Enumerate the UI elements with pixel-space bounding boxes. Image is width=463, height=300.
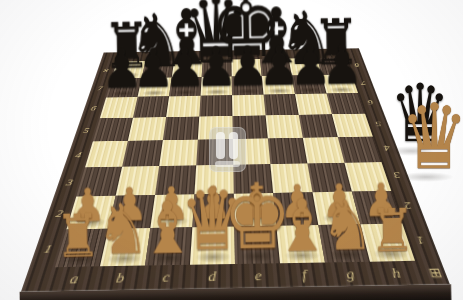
square-c6	[166, 96, 200, 117]
square-a5	[93, 118, 133, 142]
watermark	[209, 127, 246, 172]
watermark-bar	[229, 132, 238, 159]
square-d6	[199, 95, 232, 116]
file-label-d: d	[188, 264, 235, 289]
spare-white-queen: ♛	[394, 92, 463, 182]
square-e6	[232, 95, 266, 116]
square-f4	[268, 138, 308, 164]
white-queen-icon: ♛	[400, 92, 463, 182]
white-rook-h1: ♜	[369, 201, 415, 261]
file-label-e: e	[235, 263, 282, 288]
file-label-top-f: f	[259, 49, 289, 59]
square-a6	[100, 97, 138, 118]
file-label-a: a	[48, 266, 100, 291]
file-label-h: h	[370, 261, 423, 286]
white-rook-a1: ♜	[54, 206, 100, 266]
square-g1: ♞	[318, 224, 370, 262]
file-label-f: f	[280, 262, 329, 287]
file-label-top-h: h	[315, 48, 346, 58]
square-g6	[295, 94, 332, 115]
square-b5	[128, 117, 166, 141]
file-label-top-c: c	[174, 51, 203, 61]
file-label-top-b: b	[146, 51, 176, 61]
file-label-g: g	[325, 262, 376, 287]
file-label-top-d: d	[203, 50, 232, 60]
watermark-bar	[216, 132, 225, 159]
file-label-top-a: a	[117, 52, 148, 62]
square-b4	[122, 140, 163, 166]
chess-set-photo: abcdefgh abcdefgh 87654321 87654321 ♜♞♝♛…	[0, 0, 463, 300]
file-label-top-e: e	[231, 50, 260, 60]
square-b6	[133, 96, 169, 117]
square-e1: ♚	[234, 226, 280, 264]
square-c4	[159, 140, 198, 166]
square-f1: ♝	[276, 225, 325, 263]
watermark-base	[215, 161, 240, 167]
white-knight-g1: ♞	[320, 191, 374, 261]
file-label-c: c	[142, 265, 190, 290]
square-a4	[85, 141, 128, 167]
square-f5	[266, 115, 303, 139]
file-label-b: b	[95, 266, 145, 291]
file-label-top-g: g	[287, 49, 317, 59]
square-f6	[264, 94, 299, 115]
square-c5	[163, 117, 199, 141]
maker-logo-icon: ⊞	[427, 266, 444, 279]
